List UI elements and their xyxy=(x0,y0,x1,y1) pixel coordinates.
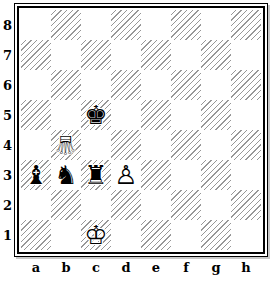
square-f2[interactable] xyxy=(171,190,201,220)
square-h6[interactable] xyxy=(231,70,261,100)
square-a6[interactable] xyxy=(21,70,51,100)
board-frame-inner: ♚♕♝♞♜♙♔ xyxy=(17,6,265,254)
square-h8[interactable] xyxy=(231,10,261,40)
black-bishop-piece: ♝ xyxy=(24,162,47,188)
square-c3[interactable]: ♜ xyxy=(81,160,111,190)
file-label-h: h xyxy=(231,260,261,275)
square-d7[interactable] xyxy=(111,40,141,70)
rank-label-8: 8 xyxy=(1,10,14,40)
rank-label-6: 6 xyxy=(1,70,14,100)
square-d4[interactable] xyxy=(111,130,141,160)
square-f5[interactable] xyxy=(171,100,201,130)
square-f6[interactable] xyxy=(171,70,201,100)
square-a8[interactable] xyxy=(21,10,51,40)
square-e4[interactable] xyxy=(141,130,171,160)
square-d2[interactable] xyxy=(111,190,141,220)
file-label-a: a xyxy=(21,260,51,275)
square-b2[interactable] xyxy=(51,190,81,220)
square-h7[interactable] xyxy=(231,40,261,70)
square-b4[interactable]: ♕ xyxy=(51,130,81,160)
square-e5[interactable] xyxy=(141,100,171,130)
square-c2[interactable] xyxy=(81,190,111,220)
square-c1[interactable]: ♔ xyxy=(81,220,111,250)
black-king-piece: ♚ xyxy=(84,102,107,128)
square-f3[interactable] xyxy=(171,160,201,190)
square-c4[interactable] xyxy=(81,130,111,160)
square-a2[interactable] xyxy=(21,190,51,220)
square-b1[interactable] xyxy=(51,220,81,250)
square-a4[interactable] xyxy=(21,130,51,160)
file-labels: abcdefgh xyxy=(21,257,261,275)
rank-label-5: 5 xyxy=(1,100,14,130)
black-knight-piece: ♞ xyxy=(54,162,77,188)
square-h5[interactable] xyxy=(231,100,261,130)
square-e7[interactable] xyxy=(141,40,171,70)
square-g7[interactable] xyxy=(201,40,231,70)
square-g8[interactable] xyxy=(201,10,231,40)
file-label-f: f xyxy=(171,260,201,275)
rank-label-3: 3 xyxy=(1,160,14,190)
square-d5[interactable] xyxy=(111,100,141,130)
file-label-b: b xyxy=(51,260,81,275)
square-d1[interactable] xyxy=(111,220,141,250)
square-h1[interactable] xyxy=(231,220,261,250)
square-h4[interactable] xyxy=(231,130,261,160)
square-c6[interactable] xyxy=(81,70,111,100)
rank-labels: 87654321 xyxy=(1,3,14,250)
square-b8[interactable] xyxy=(51,10,81,40)
square-a1[interactable] xyxy=(21,220,51,250)
square-e6[interactable] xyxy=(141,70,171,100)
square-h2[interactable] xyxy=(231,190,261,220)
file-label-g: g xyxy=(201,260,231,275)
file-label-e: e xyxy=(141,260,171,275)
square-a7[interactable] xyxy=(21,40,51,70)
file-label-c: c xyxy=(81,260,111,275)
square-f8[interactable] xyxy=(171,10,201,40)
square-f1[interactable] xyxy=(171,220,201,250)
square-b7[interactable] xyxy=(51,40,81,70)
file-label-d: d xyxy=(111,260,141,275)
square-d3[interactable]: ♙ xyxy=(111,160,141,190)
board-frame-outer: ♚♕♝♞♜♙♔ xyxy=(14,3,268,257)
square-e2[interactable] xyxy=(141,190,171,220)
chess-diagram: 87654321 ♚♕♝♞♜♙♔ abcdefgh xyxy=(0,0,279,275)
file-labels-spacer xyxy=(1,257,21,275)
square-b6[interactable] xyxy=(51,70,81,100)
rank-label-2: 2 xyxy=(1,190,14,220)
square-e1[interactable] xyxy=(141,220,171,250)
square-e8[interactable] xyxy=(141,10,171,40)
square-f4[interactable] xyxy=(171,130,201,160)
white-queen-inverted-piece: ♕ xyxy=(54,132,77,158)
square-d6[interactable] xyxy=(111,70,141,100)
white-king-piece: ♔ xyxy=(84,222,107,248)
chess-board: ♚♕♝♞♜♙♔ xyxy=(21,10,261,250)
square-c7[interactable] xyxy=(81,40,111,70)
square-a5[interactable] xyxy=(21,100,51,130)
square-g2[interactable] xyxy=(201,190,231,220)
white-pawn-piece: ♙ xyxy=(114,162,137,188)
square-e3[interactable] xyxy=(141,160,171,190)
square-g3[interactable] xyxy=(201,160,231,190)
square-c5[interactable]: ♚ xyxy=(81,100,111,130)
square-f7[interactable] xyxy=(171,40,201,70)
square-h3[interactable] xyxy=(231,160,261,190)
rank-label-7: 7 xyxy=(1,40,14,70)
square-g6[interactable] xyxy=(201,70,231,100)
square-c8[interactable] xyxy=(81,10,111,40)
square-d8[interactable] xyxy=(111,10,141,40)
square-g4[interactable] xyxy=(201,130,231,160)
square-b5[interactable] xyxy=(51,100,81,130)
square-a3[interactable]: ♝ xyxy=(21,160,51,190)
black-rook-piece: ♜ xyxy=(84,162,107,188)
rank-label-1: 1 xyxy=(1,220,14,250)
square-g1[interactable] xyxy=(201,220,231,250)
rank-label-4: 4 xyxy=(1,130,14,160)
square-g5[interactable] xyxy=(201,100,231,130)
square-b3[interactable]: ♞ xyxy=(51,160,81,190)
